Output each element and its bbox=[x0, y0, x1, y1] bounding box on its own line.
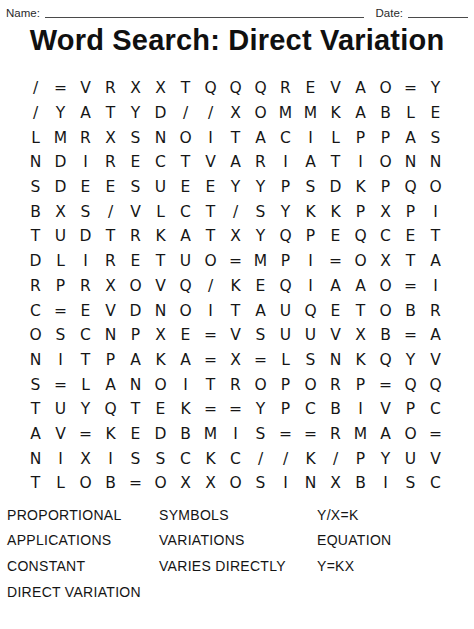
grid-cell-r8c16[interactable]: T bbox=[398, 249, 423, 274]
grid-cell-r8c2[interactable]: L bbox=[48, 249, 73, 274]
grid-cell-r5c14[interactable]: K bbox=[348, 175, 373, 200]
grid-cell-r3c3[interactable]: R bbox=[73, 125, 98, 150]
grid-cell-r13c15[interactable]: = bbox=[373, 372, 398, 397]
grid-cell-r10c3[interactable]: E bbox=[73, 298, 98, 323]
grid-cell-r13c1[interactable]: S bbox=[23, 372, 48, 397]
grid-cell-r14c13[interactable]: B bbox=[323, 397, 348, 422]
grid-cell-r5c10[interactable]: Y bbox=[248, 175, 273, 200]
grid-cell-r4c8[interactable]: V bbox=[198, 150, 223, 175]
grid-cell-r5c9[interactable]: Y bbox=[223, 175, 248, 200]
grid-cell-r9c12[interactable]: I bbox=[298, 274, 323, 299]
worksheet-page: Name: Date: Word Search: Direct Variatio… bbox=[0, 0, 474, 629]
grid-cell-r16c6[interactable]: S bbox=[148, 446, 173, 471]
grid-cell-r15c6[interactable]: D bbox=[148, 422, 173, 447]
grid-cell-r4c14[interactable]: I bbox=[348, 150, 373, 175]
grid-cell-r15c2[interactable]: V bbox=[48, 422, 73, 447]
grid-cell-r10c15[interactable]: O bbox=[373, 298, 398, 323]
grid-cell-r10c12[interactable]: Q bbox=[298, 298, 323, 323]
grid-cell-r3c4[interactable]: X bbox=[98, 125, 123, 150]
grid-cell-r11c7[interactable]: E bbox=[173, 323, 198, 348]
grid-cell-r7c12[interactable]: P bbox=[298, 224, 323, 249]
letter-grid: /=VRXXTQQQREVAO=Y/YATYD//XOMMKABLELMRXSN… bbox=[23, 76, 448, 496]
grid-cell-r9c10[interactable]: E bbox=[248, 274, 273, 299]
grid-cell-r5c16[interactable]: Q bbox=[398, 175, 423, 200]
grid-cell-r7c8[interactable]: T bbox=[198, 224, 223, 249]
grid-cell-r1c5[interactable]: X bbox=[123, 76, 148, 101]
grid-cell-r8c12[interactable]: I bbox=[298, 249, 323, 274]
grid-cell-r16c13[interactable]: / bbox=[323, 446, 348, 471]
grid-cell-r1c14[interactable]: A bbox=[348, 76, 373, 101]
grid-cell-r9c16[interactable]: = bbox=[398, 274, 423, 299]
grid-cell-r7c6[interactable]: K bbox=[148, 224, 173, 249]
grid-cell-r8c8[interactable]: O bbox=[198, 249, 223, 274]
grid-cell-r8c5[interactable]: E bbox=[123, 249, 148, 274]
grid-cell-r6c14[interactable]: P bbox=[348, 199, 373, 224]
grid-cell-r12c11[interactable]: L bbox=[273, 348, 298, 373]
grid-cell-r4c7[interactable]: T bbox=[173, 150, 198, 175]
grid-cell-r8c7[interactable]: U bbox=[173, 249, 198, 274]
grid-cell-r9c11[interactable]: Q bbox=[273, 274, 298, 299]
grid-cell-r2c12[interactable]: M bbox=[298, 101, 323, 126]
grid-cell-r11c10[interactable]: S bbox=[248, 323, 273, 348]
grid-cell-r17c17[interactable]: C bbox=[423, 471, 448, 496]
grid-cell-r6c6[interactable]: L bbox=[148, 199, 173, 224]
grid-cell-r2c2[interactable]: Y bbox=[48, 101, 73, 126]
grid-cell-r10c5[interactable]: D bbox=[123, 298, 148, 323]
grid-cell-r4c3[interactable]: I bbox=[73, 150, 98, 175]
grid-cell-r1c3[interactable]: V bbox=[73, 76, 98, 101]
grid-cell-r17c13[interactable]: X bbox=[323, 471, 348, 496]
grid-cell-r9c6[interactable]: V bbox=[148, 274, 173, 299]
grid-cell-r7c2[interactable]: U bbox=[48, 224, 73, 249]
grid-cell-r11c3[interactable]: C bbox=[73, 323, 98, 348]
grid-cell-r11c13[interactable]: V bbox=[323, 323, 348, 348]
grid-cell-r7c9[interactable]: X bbox=[223, 224, 248, 249]
grid-cell-r12c6[interactable]: K bbox=[148, 348, 173, 373]
grid-cell-r11c1[interactable]: O bbox=[23, 323, 48, 348]
grid-cell-r14c15[interactable]: V bbox=[373, 397, 398, 422]
grid-cell-r14c8[interactable]: = bbox=[198, 397, 223, 422]
grid-cell-r16c5[interactable]: S bbox=[123, 446, 148, 471]
grid-cell-r12c14[interactable]: K bbox=[348, 348, 373, 373]
grid-cell-r14c2[interactable]: U bbox=[48, 397, 73, 422]
grid-cell-r9c14[interactable]: A bbox=[348, 274, 373, 299]
grid-cell-r17c1[interactable]: T bbox=[23, 471, 48, 496]
grid-cell-r11c2[interactable]: S bbox=[48, 323, 73, 348]
grid-cell-r16c3[interactable]: X bbox=[73, 446, 98, 471]
grid-cell-r8c15[interactable]: X bbox=[373, 249, 398, 274]
grid-cell-r17c9[interactable]: O bbox=[223, 471, 248, 496]
grid-cell-r10c6[interactable]: N bbox=[148, 298, 173, 323]
grid-cell-r12c8[interactable]: = bbox=[198, 348, 223, 373]
grid-cell-r9c17[interactable]: I bbox=[423, 274, 448, 299]
grid-cell-r4c11[interactable]: I bbox=[273, 150, 298, 175]
grid-cell-r1c6[interactable]: X bbox=[148, 76, 173, 101]
grid-cell-r11c6[interactable]: X bbox=[148, 323, 173, 348]
grid-cell-r10c1[interactable]: C bbox=[23, 298, 48, 323]
grid-cell-r12c3[interactable]: T bbox=[73, 348, 98, 373]
grid-cell-r16c10[interactable]: / bbox=[248, 446, 273, 471]
grid-cell-r9c5[interactable]: O bbox=[123, 274, 148, 299]
grid-cell-r6c3[interactable]: S bbox=[73, 199, 98, 224]
grid-cell-r11c9[interactable]: V bbox=[223, 323, 248, 348]
grid-cell-r11c15[interactable]: B bbox=[373, 323, 398, 348]
grid-cell-r7c16[interactable]: E bbox=[398, 224, 423, 249]
grid-cell-r2c7[interactable]: / bbox=[173, 101, 198, 126]
grid-cell-r7c7[interactable]: A bbox=[173, 224, 198, 249]
grid-cell-r7c14[interactable]: Q bbox=[348, 224, 373, 249]
grid-cell-r5c15[interactable]: P bbox=[373, 175, 398, 200]
word-list-item-2: SYMBOLS bbox=[159, 507, 317, 523]
grid-cell-r6c13[interactable]: K bbox=[323, 199, 348, 224]
grid-cell-r7c13[interactable]: E bbox=[323, 224, 348, 249]
grid-cell-r7c10[interactable]: Y bbox=[248, 224, 273, 249]
grid-cell-r16c2[interactable]: I bbox=[48, 446, 73, 471]
grid-cell-r3c16[interactable]: A bbox=[398, 125, 423, 150]
grid-cell-r13c7[interactable]: I bbox=[173, 372, 198, 397]
grid-cell-r11c12[interactable]: U bbox=[298, 323, 323, 348]
grid-cell-r2c15[interactable]: B bbox=[373, 101, 398, 126]
grid-cell-r10c8[interactable]: I bbox=[198, 298, 223, 323]
grid-cell-r12c10[interactable]: = bbox=[248, 348, 273, 373]
grid-cell-r9c3[interactable]: R bbox=[73, 274, 98, 299]
grid-cell-r3c6[interactable]: N bbox=[148, 125, 173, 150]
grid-cell-r10c2[interactable]: = bbox=[48, 298, 73, 323]
grid-cell-r17c5[interactable]: = bbox=[123, 471, 148, 496]
grid-cell-r10c14[interactable]: T bbox=[348, 298, 373, 323]
grid-cell-r12c7[interactable]: A bbox=[173, 348, 198, 373]
grid-cell-r6c4[interactable]: / bbox=[98, 199, 123, 224]
grid-cell-r5c13[interactable]: D bbox=[323, 175, 348, 200]
grid-cell-r6c12[interactable]: K bbox=[298, 199, 323, 224]
grid-cell-r5c3[interactable]: E bbox=[73, 175, 98, 200]
grid-cell-r12c15[interactable]: Q bbox=[373, 348, 398, 373]
grid-cell-r13c3[interactable]: L bbox=[73, 372, 98, 397]
grid-cell-r15c3[interactable]: = bbox=[73, 422, 98, 447]
grid-cell-r13c13[interactable]: R bbox=[323, 372, 348, 397]
grid-cell-r7c4[interactable]: T bbox=[98, 224, 123, 249]
grid-cell-r10c13[interactable]: E bbox=[323, 298, 348, 323]
grid-cell-r13c14[interactable]: P bbox=[348, 372, 373, 397]
grid-cell-r13c16[interactable]: Q bbox=[398, 372, 423, 397]
grid-cell-r4c15[interactable]: O bbox=[373, 150, 398, 175]
grid-cell-r13c11[interactable]: P bbox=[273, 372, 298, 397]
grid-cell-r1c13[interactable]: V bbox=[323, 76, 348, 101]
grid-cell-r1c9[interactable]: Q bbox=[223, 76, 248, 101]
grid-cell-r4c9[interactable]: A bbox=[223, 150, 248, 175]
grid-cell-r5c5[interactable]: S bbox=[123, 175, 148, 200]
grid-cell-r5c1[interactable]: S bbox=[23, 175, 48, 200]
grid-cell-r3c7[interactable]: O bbox=[173, 125, 198, 150]
grid-cell-r3c1[interactable]: L bbox=[23, 125, 48, 150]
grid-cell-r5c11[interactable]: P bbox=[273, 175, 298, 200]
grid-cell-r10c7[interactable]: O bbox=[173, 298, 198, 323]
grid-cell-r10c17[interactable]: R bbox=[423, 298, 448, 323]
grid-cell-r17c11[interactable]: I bbox=[273, 471, 298, 496]
grid-cell-r16c17[interactable]: V bbox=[423, 446, 448, 471]
grid-cell-r12c13[interactable]: N bbox=[323, 348, 348, 373]
grid-cell-r17c7[interactable]: X bbox=[173, 471, 198, 496]
grid-cell-r3c10[interactable]: A bbox=[248, 125, 273, 150]
grid-cell-r17c16[interactable]: S bbox=[398, 471, 423, 496]
grid-cell-r5c17[interactable]: O bbox=[423, 175, 448, 200]
grid-cell-r4c4[interactable]: R bbox=[98, 150, 123, 175]
grid-cell-r13c12[interactable]: O bbox=[298, 372, 323, 397]
grid-cell-r3c9[interactable]: T bbox=[223, 125, 248, 150]
grid-cell-r14c4[interactable]: Q bbox=[98, 397, 123, 422]
grid-cell-r10c9[interactable]: T bbox=[223, 298, 248, 323]
grid-cell-r6c8[interactable]: T bbox=[198, 199, 223, 224]
grid-cell-r16c15[interactable]: Y bbox=[373, 446, 398, 471]
grid-cell-r15c10[interactable]: S bbox=[248, 422, 273, 447]
grid-cell-r16c4[interactable]: I bbox=[98, 446, 123, 471]
grid-cell-r8c14[interactable]: O bbox=[348, 249, 373, 274]
grid-cell-r11c5[interactable]: P bbox=[123, 323, 148, 348]
grid-cell-r14c14[interactable]: I bbox=[348, 397, 373, 422]
grid-cell-r6c1[interactable]: B bbox=[23, 199, 48, 224]
grid-cell-r14c16[interactable]: P bbox=[398, 397, 423, 422]
grid-cell-r6c9[interactable]: / bbox=[223, 199, 248, 224]
grid-cell-r15c14[interactable]: M bbox=[348, 422, 373, 447]
grid-cell-r16c16[interactable]: U bbox=[398, 446, 423, 471]
grid-cell-r15c4[interactable]: K bbox=[98, 422, 123, 447]
grid-cell-r2c4[interactable]: T bbox=[98, 101, 123, 126]
grid-cell-r3c11[interactable]: C bbox=[273, 125, 298, 150]
grid-cell-r10c4[interactable]: V bbox=[98, 298, 123, 323]
grid-cell-r2c14[interactable]: A bbox=[348, 101, 373, 126]
grid-cell-r17c3[interactable]: O bbox=[73, 471, 98, 496]
grid-cell-r15c8[interactable]: M bbox=[198, 422, 223, 447]
grid-cell-r3c17[interactable]: S bbox=[423, 125, 448, 150]
grid-cell-r5c12[interactable]: S bbox=[298, 175, 323, 200]
grid-cell-r12c2[interactable]: I bbox=[48, 348, 73, 373]
grid-cell-r2c5[interactable]: Y bbox=[123, 101, 148, 126]
grid-cell-r4c17[interactable]: N bbox=[423, 150, 448, 175]
grid-cell-r4c5[interactable]: E bbox=[123, 150, 148, 175]
grid-cell-r13c4[interactable]: A bbox=[98, 372, 123, 397]
grid-cell-r8c6[interactable]: T bbox=[148, 249, 173, 274]
grid-cell-r11c16[interactable]: = bbox=[398, 323, 423, 348]
grid-cell-r2c8[interactable]: / bbox=[198, 101, 223, 126]
grid-cell-r7c5[interactable]: R bbox=[123, 224, 148, 249]
grid-cell-r17c15[interactable]: I bbox=[373, 471, 398, 496]
grid-cell-r6c17[interactable]: I bbox=[423, 199, 448, 224]
grid-cell-r7c17[interactable]: T bbox=[423, 224, 448, 249]
grid-cell-r15c7[interactable]: B bbox=[173, 422, 198, 447]
grid-cell-r16c8[interactable]: K bbox=[198, 446, 223, 471]
grid-cell-r6c11[interactable]: Y bbox=[273, 199, 298, 224]
grid-cell-r9c2[interactable]: P bbox=[48, 274, 73, 299]
grid-cell-r10c11[interactable]: U bbox=[273, 298, 298, 323]
word-list-item-3: Y/X=K bbox=[317, 507, 470, 523]
grid-cell-r16c9[interactable]: C bbox=[223, 446, 248, 471]
grid-cell-r2c16[interactable]: L bbox=[398, 101, 423, 126]
grid-cell-r14c1[interactable]: T bbox=[23, 397, 48, 422]
grid-cell-r16c14[interactable]: P bbox=[348, 446, 373, 471]
grid-cell-r17c4[interactable]: B bbox=[98, 471, 123, 496]
grid-cell-r7c3[interactable]: D bbox=[73, 224, 98, 249]
grid-cell-r16c7[interactable]: C bbox=[173, 446, 198, 471]
grid-cell-r15c5[interactable]: E bbox=[123, 422, 148, 447]
grid-cell-r15c15[interactable]: A bbox=[373, 422, 398, 447]
grid-cell-r1c11[interactable]: R bbox=[273, 76, 298, 101]
grid-cell-r14c6[interactable]: E bbox=[148, 397, 173, 422]
grid-cell-r14c10[interactable]: Y bbox=[248, 397, 273, 422]
grid-cell-r17c8[interactable]: X bbox=[198, 471, 223, 496]
grid-cell-r9c7[interactable]: Q bbox=[173, 274, 198, 299]
grid-cell-r14c7[interactable]: K bbox=[173, 397, 198, 422]
grid-cell-r15c12[interactable]: = bbox=[298, 422, 323, 447]
grid-cell-r15c9[interactable]: I bbox=[223, 422, 248, 447]
word-list-item-1: PROPORTIONAL bbox=[7, 507, 159, 523]
name-label: Name: bbox=[6, 7, 40, 19]
grid-cell-r8c9[interactable]: = bbox=[223, 249, 248, 274]
grid-cell-r6c15[interactable]: X bbox=[373, 199, 398, 224]
grid-cell-r4c12[interactable]: A bbox=[298, 150, 323, 175]
grid-cell-r15c11[interactable]: = bbox=[273, 422, 298, 447]
grid-cell-r14c3[interactable]: Y bbox=[73, 397, 98, 422]
grid-cell-r15c17[interactable]: = bbox=[423, 422, 448, 447]
grid-cell-r3c15[interactable]: P bbox=[373, 125, 398, 150]
grid-cell-r1c17[interactable]: Y bbox=[423, 76, 448, 101]
grid-cell-r17c6[interactable]: O bbox=[148, 471, 173, 496]
grid-cell-r5c6[interactable]: U bbox=[148, 175, 173, 200]
grid-cell-r2c3[interactable]: A bbox=[73, 101, 98, 126]
grid-cell-r10c16[interactable]: B bbox=[398, 298, 423, 323]
grid-cell-r13c8[interactable]: T bbox=[198, 372, 223, 397]
grid-cell-r17c12[interactable]: N bbox=[298, 471, 323, 496]
grid-cell-r14c9[interactable]: = bbox=[223, 397, 248, 422]
grid-cell-r2c17[interactable]: E bbox=[423, 101, 448, 126]
grid-cell-r8c4[interactable]: R bbox=[98, 249, 123, 274]
grid-cell-r6c5[interactable]: V bbox=[123, 199, 148, 224]
date-label: Date: bbox=[376, 7, 404, 19]
grid-cell-r1c2[interactable]: = bbox=[48, 76, 73, 101]
grid-cell-r7c11[interactable]: Q bbox=[273, 224, 298, 249]
grid-cell-r8c13[interactable]: = bbox=[323, 249, 348, 274]
grid-cell-r14c11[interactable]: P bbox=[273, 397, 298, 422]
word-list-item-8: VARIES DIRECTLY bbox=[159, 558, 317, 574]
grid-cell-r11c14[interactable]: X bbox=[348, 323, 373, 348]
grid-cell-r11c8[interactable]: = bbox=[198, 323, 223, 348]
grid-cell-r7c1[interactable]: T bbox=[23, 224, 48, 249]
grid-cell-r4c13[interactable]: T bbox=[323, 150, 348, 175]
grid-cell-r3c2[interactable]: M bbox=[48, 125, 73, 150]
grid-cell-r12c4[interactable]: P bbox=[98, 348, 123, 373]
grid-cell-r3c5[interactable]: S bbox=[123, 125, 148, 150]
grid-cell-r10c10[interactable]: A bbox=[248, 298, 273, 323]
grid-cell-r6c10[interactable]: S bbox=[248, 199, 273, 224]
grid-cell-r9c1[interactable]: R bbox=[23, 274, 48, 299]
grid-cell-r9c4[interactable]: X bbox=[98, 274, 123, 299]
grid-cell-r8c17[interactable]: A bbox=[423, 249, 448, 274]
word-list-item-5: VARIATIONS bbox=[159, 532, 317, 548]
grid-cell-r5c8[interactable]: E bbox=[198, 175, 223, 200]
grid-cell-r6c2[interactable]: X bbox=[48, 199, 73, 224]
grid-cell-r9c13[interactable]: A bbox=[323, 274, 348, 299]
grid-cell-r9c8[interactable]: / bbox=[198, 274, 223, 299]
grid-cell-r14c5[interactable]: T bbox=[123, 397, 148, 422]
grid-cell-r4c16[interactable]: N bbox=[398, 150, 423, 175]
grid-cell-r6c16[interactable]: P bbox=[398, 199, 423, 224]
grid-cell-r2c13[interactable]: K bbox=[323, 101, 348, 126]
grid-cell-r16c12[interactable]: K bbox=[298, 446, 323, 471]
grid-cell-r3c13[interactable]: L bbox=[323, 125, 348, 150]
grid-cell-r2c9[interactable]: X bbox=[223, 101, 248, 126]
date-input-line[interactable] bbox=[408, 5, 468, 18]
grid-cell-r1c7[interactable]: T bbox=[173, 76, 198, 101]
grid-cell-r15c16[interactable]: O bbox=[398, 422, 423, 447]
grid-cell-r8c11[interactable]: P bbox=[273, 249, 298, 274]
grid-cell-r2c11[interactable]: M bbox=[273, 101, 298, 126]
grid-cell-r11c11[interactable]: U bbox=[273, 323, 298, 348]
grid-cell-r3c12[interactable]: I bbox=[298, 125, 323, 150]
grid-cell-r13c5[interactable]: N bbox=[123, 372, 148, 397]
grid-cell-r3c8[interactable]: I bbox=[198, 125, 223, 150]
grid-cell-r6c7[interactable]: C bbox=[173, 199, 198, 224]
grid-cell-r9c9[interactable]: K bbox=[223, 274, 248, 299]
grid-cell-r11c17[interactable]: A bbox=[423, 323, 448, 348]
grid-cell-r13c2[interactable]: = bbox=[48, 372, 73, 397]
grid-cell-r1c16[interactable]: = bbox=[398, 76, 423, 101]
grid-cell-r12c17[interactable]: V bbox=[423, 348, 448, 373]
grid-cell-r13c6[interactable]: O bbox=[148, 372, 173, 397]
grid-cell-r16c11[interactable]: / bbox=[273, 446, 298, 471]
grid-cell-r2c10[interactable]: O bbox=[248, 101, 273, 126]
grid-cell-r12c1[interactable]: N bbox=[23, 348, 48, 373]
grid-cell-r12c16[interactable]: Y bbox=[398, 348, 423, 373]
grid-cell-r9c15[interactable]: O bbox=[373, 274, 398, 299]
grid-cell-r2c6[interactable]: D bbox=[148, 101, 173, 126]
grid-cell-r1c4[interactable]: R bbox=[98, 76, 123, 101]
grid-cell-r13c9[interactable]: R bbox=[223, 372, 248, 397]
grid-cell-r8c1[interactable]: D bbox=[23, 249, 48, 274]
grid-cell-r11c4[interactable]: N bbox=[98, 323, 123, 348]
grid-cell-r4c10[interactable]: R bbox=[248, 150, 273, 175]
grid-cell-r8c3[interactable]: I bbox=[73, 249, 98, 274]
grid-cell-r4c2[interactable]: D bbox=[48, 150, 73, 175]
grid-cell-r4c6[interactable]: C bbox=[148, 150, 173, 175]
grid-cell-r17c10[interactable]: S bbox=[248, 471, 273, 496]
grid-cell-r15c1[interactable]: A bbox=[23, 422, 48, 447]
name-input-line[interactable] bbox=[45, 5, 364, 18]
grid-cell-r2c1[interactable]: / bbox=[23, 101, 48, 126]
grid-cell-r13c17[interactable]: Q bbox=[423, 372, 448, 397]
grid-cell-r1c1[interactable]: / bbox=[23, 76, 48, 101]
grid-cell-r17c2[interactable]: L bbox=[48, 471, 73, 496]
grid-cell-r8c10[interactable]: M bbox=[248, 249, 273, 274]
grid-cell-r12c12[interactable]: S bbox=[298, 348, 323, 373]
grid-cell-r1c15[interactable]: O bbox=[373, 76, 398, 101]
grid-cell-r1c12[interactable]: E bbox=[298, 76, 323, 101]
grid-cell-r14c12[interactable]: C bbox=[298, 397, 323, 422]
grid-cell-r5c7[interactable]: E bbox=[173, 175, 198, 200]
grid-cell-r5c4[interactable]: E bbox=[98, 175, 123, 200]
grid-cell-r16c1[interactable]: N bbox=[23, 446, 48, 471]
grid-cell-r12c5[interactable]: A bbox=[123, 348, 148, 373]
grid-cell-r7c15[interactable]: C bbox=[373, 224, 398, 249]
grid-cell-r12c9[interactable]: X bbox=[223, 348, 248, 373]
grid-cell-r3c14[interactable]: P bbox=[348, 125, 373, 150]
grid-cell-r15c13[interactable]: R bbox=[323, 422, 348, 447]
grid-cell-r13c10[interactable]: O bbox=[248, 372, 273, 397]
grid-cell-r1c10[interactable]: Q bbox=[248, 76, 273, 101]
grid-cell-r5c2[interactable]: D bbox=[48, 175, 73, 200]
grid-cell-r1c8[interactable]: Q bbox=[198, 76, 223, 101]
grid-cell-r17c14[interactable]: B bbox=[348, 471, 373, 496]
grid-cell-r14c17[interactable]: C bbox=[423, 397, 448, 422]
grid-cell-r4c1[interactable]: N bbox=[23, 150, 48, 175]
